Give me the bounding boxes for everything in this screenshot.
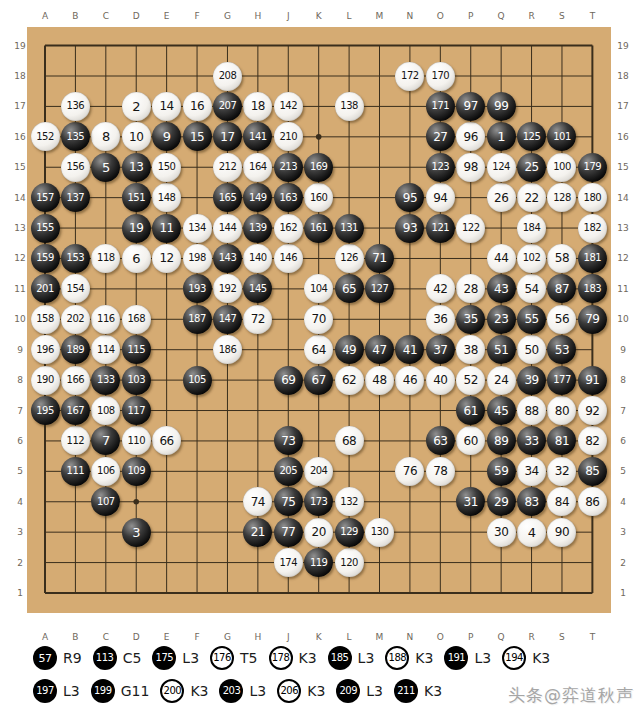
caption-entry: 211K3 (394, 679, 442, 703)
col-label: N (407, 11, 414, 21)
star-point (316, 134, 322, 140)
col-label: B (72, 11, 78, 21)
row-label: 11 (617, 284, 628, 294)
stone-R15: 25 (517, 153, 546, 182)
row-label: 4 (620, 497, 626, 507)
stone-L2: 120 (335, 548, 364, 577)
stone-T14: 180 (578, 183, 607, 212)
col-label: F (194, 632, 199, 642)
col-label: M (376, 11, 384, 21)
stone-Q9: 51 (487, 335, 516, 364)
stone-T12: 181 (578, 244, 607, 273)
stone-L17: 138 (335, 92, 364, 121)
caption-coord: L3 (366, 683, 383, 699)
stone-O16: 27 (426, 122, 455, 151)
stone-J6: 73 (274, 426, 303, 455)
caption-coord: R9 (63, 650, 82, 666)
caption-entry: 178K3 (269, 646, 317, 670)
caption-coord: K3 (307, 683, 325, 699)
stone-Q14: 26 (487, 183, 516, 212)
caption-coord: K3 (532, 650, 550, 666)
caption-coord: G11 (121, 683, 150, 699)
stone-C8: 133 (91, 366, 120, 395)
col-label: D (133, 11, 140, 21)
stone-J17: 142 (274, 92, 303, 121)
row-label: 1 (17, 588, 23, 598)
stone-T8: 91 (578, 366, 607, 395)
stone-A9: 196 (31, 335, 60, 364)
caption-entry: 185L3 (328, 646, 375, 670)
stone-O13: 121 (426, 214, 455, 243)
stone-D9: 115 (122, 335, 151, 364)
stone-D17: 2 (122, 92, 151, 121)
row-label: 4 (17, 497, 23, 507)
caption-entry: 197L3 (33, 679, 80, 703)
stone-O18: 170 (426, 62, 455, 91)
caption-stone: 197 (33, 679, 57, 703)
stone-Q3: 30 (487, 518, 516, 547)
stone-N18: 172 (395, 62, 424, 91)
col-label: C (103, 632, 109, 642)
stone-J12: 146 (274, 244, 303, 273)
stone-B5: 111 (61, 457, 90, 486)
row-label: 12 (14, 253, 25, 263)
stone-M12: 71 (365, 244, 394, 273)
row-label: 16 (14, 132, 25, 142)
stone-B7: 167 (61, 396, 90, 425)
row-label: 6 (620, 436, 626, 446)
stone-P13: 122 (456, 214, 485, 243)
stone-Q4: 29 (487, 487, 516, 516)
stone-H10: 72 (243, 305, 272, 334)
caption-stone: 194 (502, 646, 526, 670)
col-label: G (224, 632, 231, 642)
col-label: T (590, 632, 596, 642)
caption-entry: 188K3 (385, 646, 433, 670)
stone-Q17: 99 (487, 92, 516, 121)
stone-D10: 168 (122, 305, 151, 334)
stone-F16: 15 (183, 122, 212, 151)
stone-B15: 156 (61, 153, 90, 182)
col-label: H (254, 11, 261, 21)
caption-entry: 176T5 (210, 646, 257, 670)
stone-F10: 187 (183, 305, 212, 334)
stone-B14: 137 (61, 183, 90, 212)
row-label: 8 (17, 375, 23, 385)
stone-F8: 105 (183, 366, 212, 395)
row-label: 1 (620, 588, 626, 598)
stone-E15: 150 (152, 153, 181, 182)
caption-stone: 178 (269, 646, 293, 670)
col-label: J (287, 11, 290, 21)
row-label: 16 (617, 132, 628, 142)
col-label: K (316, 11, 322, 21)
col-label: K (316, 632, 322, 642)
stone-F12: 198 (183, 244, 212, 273)
stone-O17: 171 (426, 92, 455, 121)
col-label: E (164, 632, 170, 642)
stone-Q5: 59 (487, 457, 516, 486)
caption-stone: 209 (336, 679, 360, 703)
col-label: G (224, 11, 231, 21)
stone-D6: 110 (122, 426, 151, 455)
stone-K5: 204 (304, 457, 333, 486)
go-game-diagram: AABBCCDDEEFFGGHHJJKKLLMMNNOOPPQQRRSSTT19… (0, 0, 640, 715)
col-label: R (528, 632, 534, 642)
caption-stone: 175 (152, 646, 176, 670)
row-label: 12 (617, 253, 628, 263)
stone-K3: 20 (304, 518, 333, 547)
stone-P15: 98 (456, 153, 485, 182)
stone-T15: 179 (578, 153, 607, 182)
caption-coord: K3 (424, 683, 442, 699)
caption-stone: 57 (33, 646, 57, 670)
stone-D16: 10 (122, 122, 151, 151)
stone-S8: 177 (547, 366, 576, 395)
stone-L11: 65 (335, 274, 364, 303)
caption-coord: L3 (358, 650, 375, 666)
stone-F17: 16 (183, 92, 212, 121)
stone-R3: 4 (517, 518, 546, 547)
row-label: 13 (617, 223, 628, 233)
caption-stone: 199 (91, 679, 115, 703)
caption-coord: L3 (182, 650, 199, 666)
stone-S15: 100 (547, 153, 576, 182)
caption-coord: L3 (249, 683, 266, 699)
caption-coord: K3 (190, 683, 208, 699)
caption-stone: 211 (394, 679, 418, 703)
stone-A8: 190 (31, 366, 60, 395)
row-label: 10 (617, 314, 628, 324)
stone-R5: 34 (517, 457, 546, 486)
star-point (133, 499, 139, 505)
stone-T10: 79 (578, 305, 607, 334)
stone-C5: 106 (91, 457, 120, 486)
row-label: 17 (617, 101, 628, 111)
stone-H3: 21 (243, 518, 272, 547)
caption-stone: 176 (210, 646, 234, 670)
stone-F13: 134 (183, 214, 212, 243)
caption-entry: 194K3 (502, 646, 550, 670)
stone-M9: 47 (365, 335, 394, 364)
row-label: 7 (17, 406, 23, 416)
stone-O8: 40 (426, 366, 455, 395)
col-label: S (559, 632, 565, 642)
row-label: 15 (14, 162, 25, 172)
stone-J16: 210 (274, 122, 303, 151)
row-label: 3 (620, 527, 626, 537)
col-label: L (347, 632, 352, 642)
stone-M3: 130 (365, 518, 394, 547)
caption-entry: 191L3 (444, 646, 491, 670)
stone-J5: 205 (274, 457, 303, 486)
col-label: A (42, 632, 48, 642)
caption-entry: 203L3 (219, 679, 266, 703)
stone-L4: 132 (335, 487, 364, 516)
stone-Q6: 89 (487, 426, 516, 455)
stone-Q12: 44 (487, 244, 516, 273)
caption-stone: 206 (277, 679, 301, 703)
row-label: 18 (617, 71, 628, 81)
stone-M8: 48 (365, 366, 394, 395)
stone-R10: 55 (517, 305, 546, 334)
stone-Q11: 43 (487, 274, 516, 303)
stone-S3: 90 (547, 518, 576, 547)
row-label: 8 (620, 375, 626, 385)
stone-G13: 144 (213, 214, 242, 243)
caption-stone: 185 (328, 646, 352, 670)
caption-stone: 113 (93, 646, 117, 670)
stone-P8: 52 (456, 366, 485, 395)
stone-J8: 69 (274, 366, 303, 395)
stone-Q8: 24 (487, 366, 516, 395)
col-label: O (437, 11, 444, 21)
row-label: 10 (14, 314, 25, 324)
caption-coord: L3 (63, 683, 80, 699)
stone-A14: 157 (31, 183, 60, 212)
stone-A16: 152 (31, 122, 60, 151)
stone-A12: 159 (31, 244, 60, 273)
stone-B12: 153 (61, 244, 90, 273)
caption-stone: 191 (444, 646, 468, 670)
caption-coord: K3 (415, 650, 433, 666)
col-label: S (559, 11, 565, 21)
stone-E17: 14 (152, 92, 181, 121)
stone-B8: 166 (61, 366, 90, 395)
row-label: 7 (620, 406, 626, 416)
row-label: 5 (17, 466, 23, 476)
row-label: 3 (17, 527, 23, 537)
stone-D12: 6 (122, 244, 151, 273)
row-label: 14 (617, 193, 628, 203)
col-label: P (468, 11, 473, 21)
stone-G18: 208 (213, 62, 242, 91)
row-label: 17 (14, 101, 25, 111)
col-label: N (407, 632, 414, 642)
caption-stone: 200 (160, 679, 184, 703)
stone-C15: 5 (91, 153, 120, 182)
col-label: P (468, 632, 473, 642)
row-label: 5 (620, 466, 626, 476)
row-label: 11 (14, 284, 25, 294)
caption-stone: 203 (219, 679, 243, 703)
col-label: J (287, 632, 290, 642)
stone-G10: 147 (213, 305, 242, 334)
row-label: 19 (617, 41, 628, 51)
col-label: A (42, 11, 48, 21)
stone-J2: 174 (274, 548, 303, 577)
caption-entry: 113C5 (93, 646, 142, 670)
col-label: B (72, 632, 78, 642)
stone-G12: 143 (213, 244, 242, 273)
stone-O5: 78 (426, 457, 455, 486)
stone-D13: 19 (122, 214, 151, 243)
stone-A13: 155 (31, 214, 60, 243)
stone-H15: 164 (243, 153, 272, 182)
row-label: 15 (617, 162, 628, 172)
caption-entry: 175L3 (152, 646, 199, 670)
stone-D7: 117 (122, 396, 151, 425)
col-label: L (347, 11, 352, 21)
stone-L6: 68 (335, 426, 364, 455)
stone-K8: 67 (304, 366, 333, 395)
caption-stone: 188 (385, 646, 409, 670)
col-label: E (164, 11, 170, 21)
col-label: C (103, 11, 109, 21)
col-label: O (437, 632, 444, 642)
caption-coord: C5 (123, 650, 142, 666)
stone-L9: 49 (335, 335, 364, 364)
row-label: 2 (17, 558, 23, 568)
stone-Q7: 45 (487, 396, 516, 425)
caption-coord: T5 (240, 650, 257, 666)
row-label: 9 (620, 345, 626, 355)
stone-B9: 189 (61, 335, 90, 364)
stone-B17: 136 (61, 92, 90, 121)
stone-P10: 35 (456, 305, 485, 334)
stone-N13: 93 (395, 214, 424, 243)
stone-P17: 97 (456, 92, 485, 121)
col-label: H (254, 632, 261, 642)
watermark: 头条@弈道秋声 (508, 684, 634, 707)
stone-Q16: 1 (487, 122, 516, 151)
stone-R14: 22 (517, 183, 546, 212)
stone-E13: 11 (152, 214, 181, 243)
stone-N8: 46 (395, 366, 424, 395)
col-label: T (590, 11, 596, 21)
stone-T4: 86 (578, 487, 607, 516)
stone-E12: 12 (152, 244, 181, 273)
col-label: M (376, 632, 384, 642)
stone-H13: 139 (243, 214, 272, 243)
stone-Q10: 23 (487, 305, 516, 334)
col-label: R (528, 11, 534, 21)
stone-L8: 62 (335, 366, 364, 395)
caption-entry: 57R9 (33, 646, 82, 670)
stone-B10: 202 (61, 305, 90, 334)
stone-J14: 163 (274, 183, 303, 212)
caption-entry: 199G11 (91, 679, 150, 703)
caption-coord: L3 (474, 650, 491, 666)
stone-G15: 212 (213, 153, 242, 182)
stone-G17: 207 (213, 92, 242, 121)
caption-row: 57R9113C5175L3176T5178K3185L3188K3191L31… (33, 644, 633, 672)
stone-L13: 131 (335, 214, 364, 243)
row-label: 14 (14, 193, 25, 203)
stone-R8: 39 (517, 366, 546, 395)
row-label: 6 (17, 436, 23, 446)
stone-G14: 165 (213, 183, 242, 212)
stone-O15: 123 (426, 153, 455, 182)
row-label: 18 (14, 71, 25, 81)
stone-L3: 129 (335, 518, 364, 547)
stone-G9: 186 (213, 335, 242, 364)
stone-D5: 109 (122, 457, 151, 486)
stone-O9: 37 (426, 335, 455, 364)
col-label: D (133, 632, 140, 642)
stone-D15: 13 (122, 153, 151, 182)
stone-L12: 126 (335, 244, 364, 273)
caption-entry: 200K3 (160, 679, 208, 703)
row-label: 19 (14, 41, 25, 51)
stone-J15: 213 (274, 153, 303, 182)
stone-R7: 88 (517, 396, 546, 425)
stone-R13: 184 (517, 214, 546, 243)
stone-T5: 85 (578, 457, 607, 486)
stone-K15: 169 (304, 153, 333, 182)
stone-Q15: 124 (487, 153, 516, 182)
stone-R12: 102 (517, 244, 546, 273)
stone-T7: 92 (578, 396, 607, 425)
caption-entry: 209L3 (336, 679, 383, 703)
stone-A11: 201 (31, 274, 60, 303)
stone-J13: 162 (274, 214, 303, 243)
row-label: 2 (620, 558, 626, 568)
row-label: 13 (14, 223, 25, 233)
caption-coord: K3 (299, 650, 317, 666)
stone-J4: 75 (274, 487, 303, 516)
stone-F11: 193 (183, 274, 212, 303)
stone-D8: 103 (122, 366, 151, 395)
stone-K13: 161 (304, 214, 333, 243)
col-label: F (194, 11, 199, 21)
caption-entry: 206K3 (277, 679, 325, 703)
stone-O11: 42 (426, 274, 455, 303)
stone-J3: 77 (274, 518, 303, 547)
stone-K10: 70 (304, 305, 333, 334)
stone-A10: 158 (31, 305, 60, 334)
row-label: 9 (17, 345, 23, 355)
stone-D14: 151 (122, 183, 151, 212)
stone-O10: 36 (426, 305, 455, 334)
stone-C10: 116 (91, 305, 120, 334)
col-label: Q (498, 11, 505, 21)
col-label: Q (498, 632, 505, 642)
stone-T13: 182 (578, 214, 607, 243)
stone-D3: 3 (122, 518, 151, 547)
stone-O14: 94 (426, 183, 455, 212)
stone-A7: 195 (31, 396, 60, 425)
